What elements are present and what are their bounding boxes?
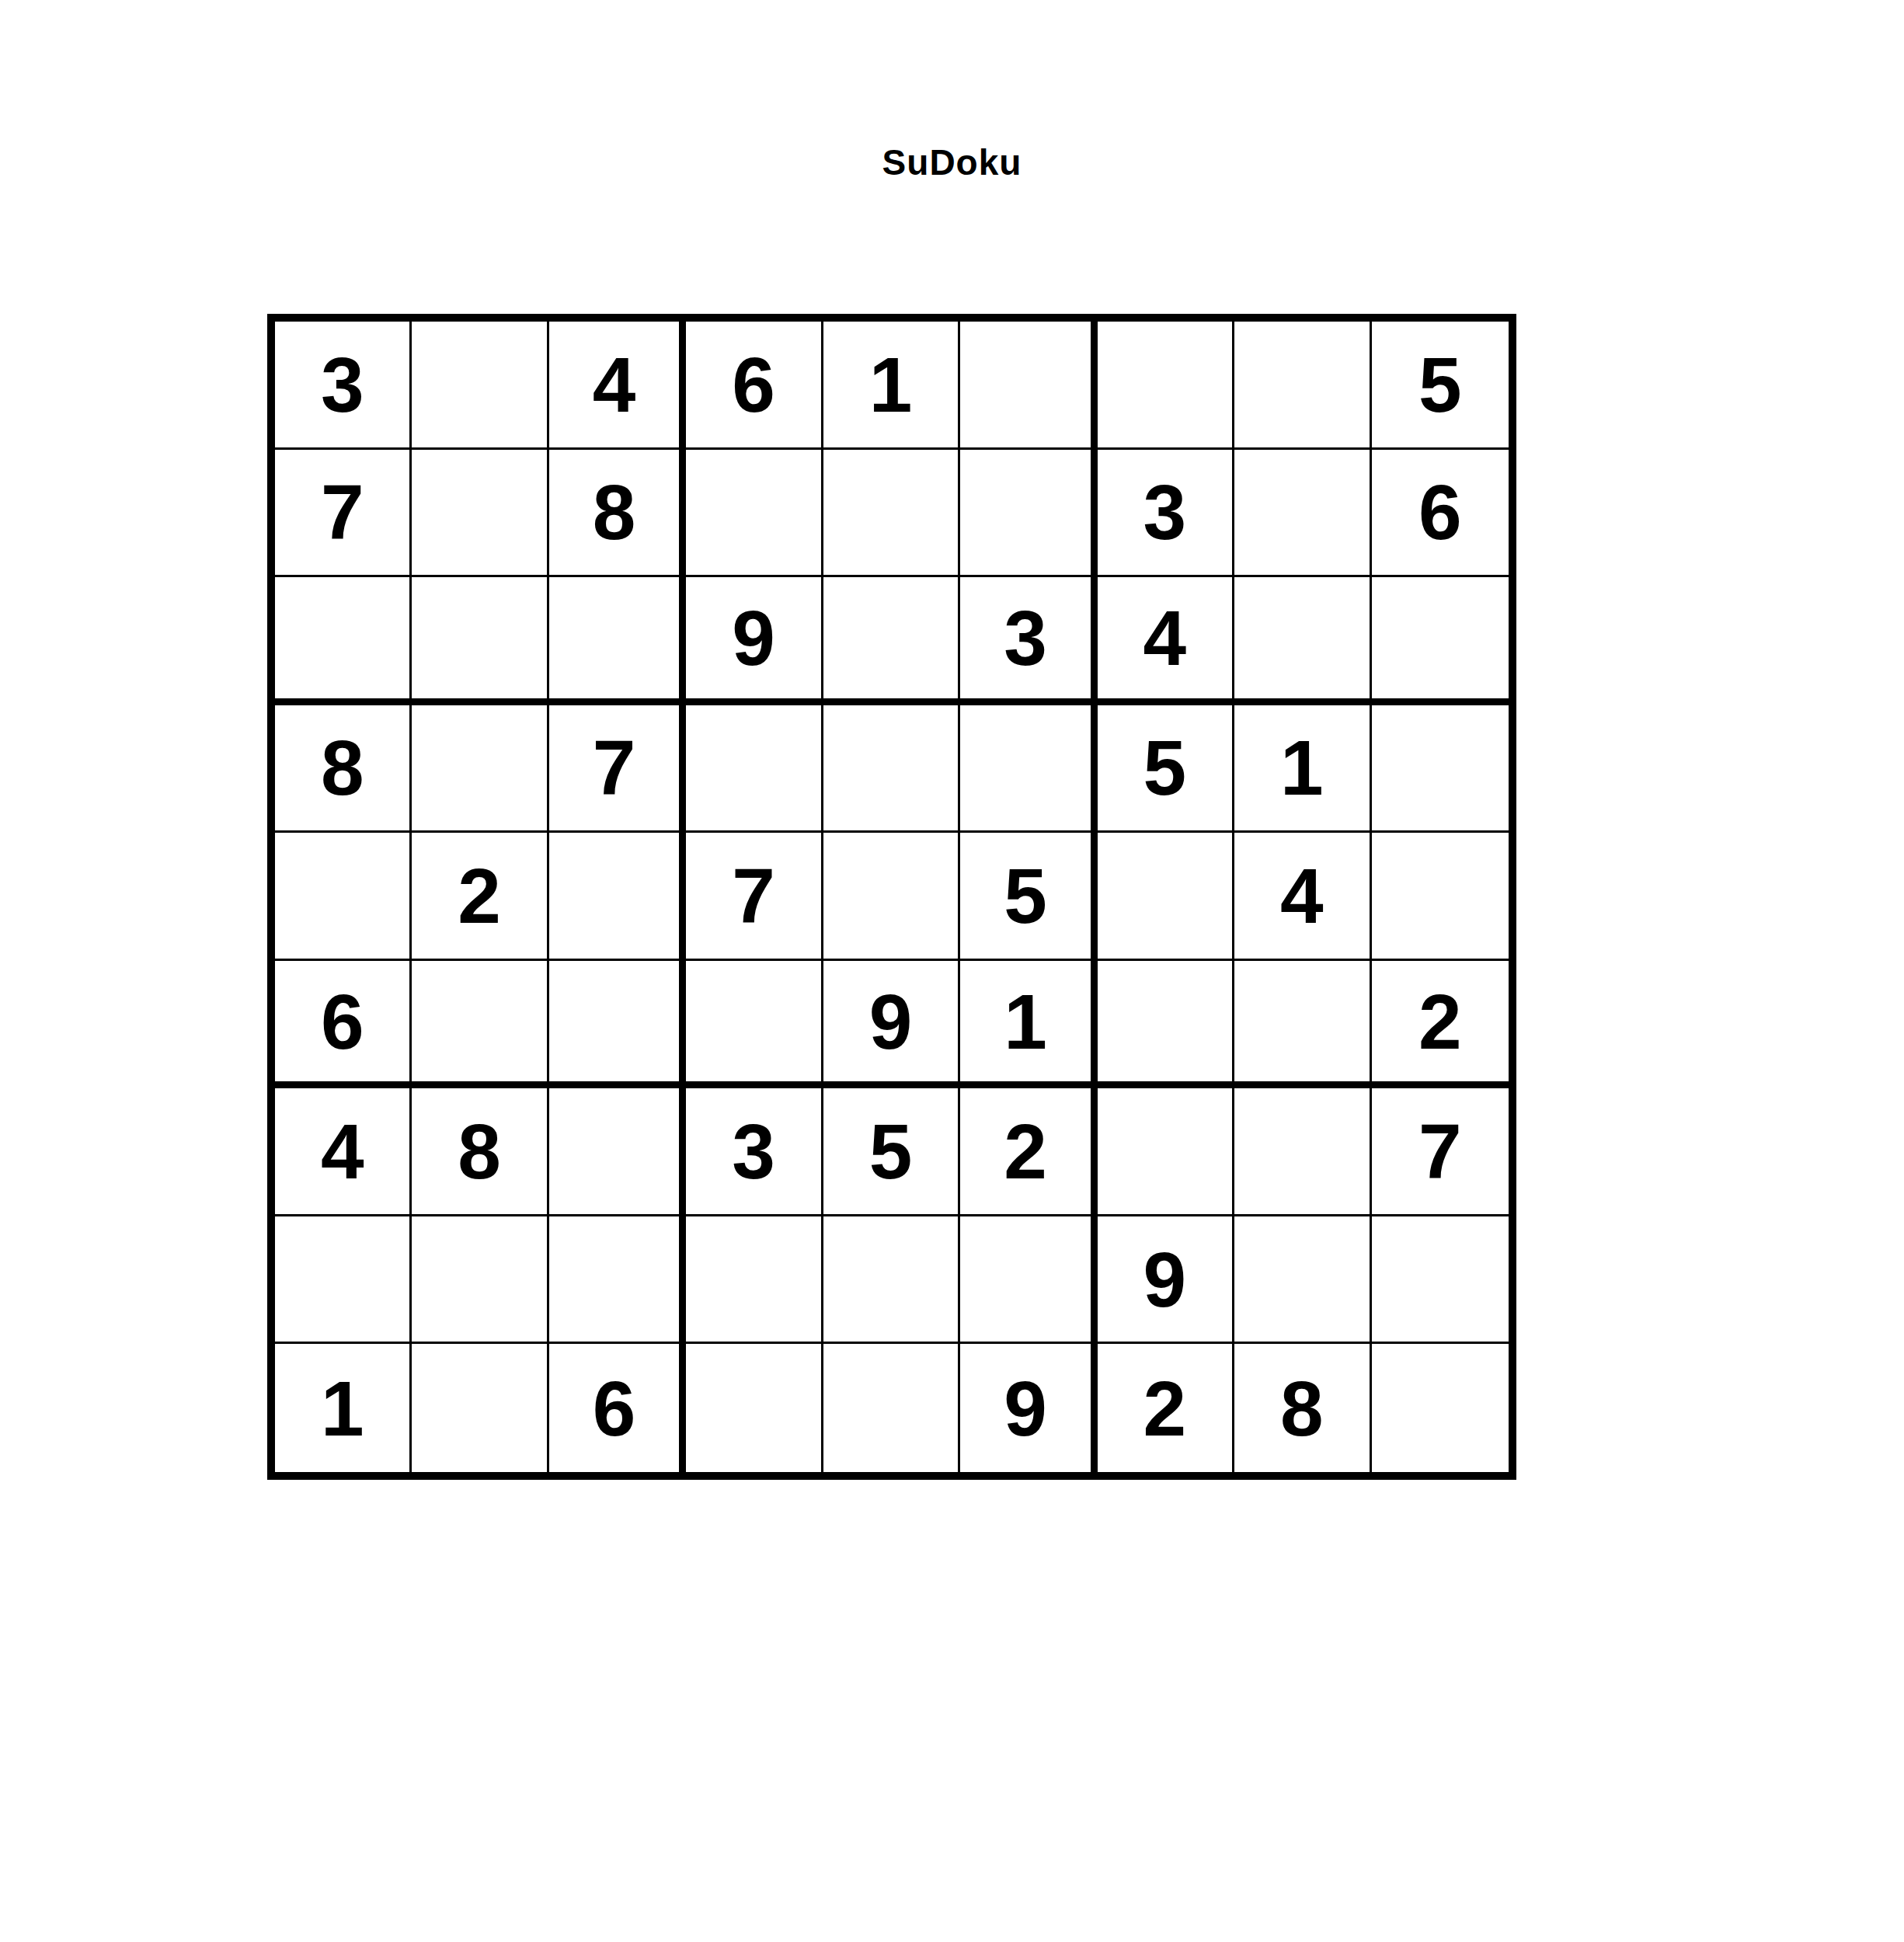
cell-r9c7-given: 2 (1098, 1344, 1234, 1472)
cell-r1c8-empty (1234, 322, 1371, 450)
cell-r9c1-given: 1 (275, 1344, 412, 1472)
cell-r4c5-empty (823, 705, 960, 834)
puzzle-page: SuDoku 346157836934875127546912483527916… (0, 0, 1904, 1942)
cell-r4c6-empty (960, 705, 1097, 834)
cell-r9c3-given: 6 (549, 1344, 686, 1472)
cell-r8c5-empty (823, 1216, 960, 1345)
cell-r1c1-given: 3 (275, 322, 412, 450)
cell-r2c7-given: 3 (1098, 450, 1234, 578)
cell-r4c3-given: 7 (549, 705, 686, 834)
cell-r1c6-empty (960, 322, 1097, 450)
cell-r6c1-given: 6 (275, 961, 412, 1089)
cell-r9c8-given: 8 (1234, 1344, 1371, 1472)
cell-r8c8-empty (1234, 1216, 1371, 1345)
cell-r1c5-given: 1 (823, 322, 960, 450)
cell-r7c7-empty (1098, 1088, 1234, 1216)
cell-r6c8-empty (1234, 961, 1371, 1089)
cell-r7c6-given: 2 (960, 1088, 1097, 1216)
cell-r3c4-given: 9 (686, 577, 823, 705)
cell-r5c5-empty (823, 833, 960, 961)
cell-r4c4-empty (686, 705, 823, 834)
cell-r5c6-given: 5 (960, 833, 1097, 961)
cell-r9c5-empty (823, 1344, 960, 1472)
cell-r7c1-given: 4 (275, 1088, 412, 1216)
cell-r8c4-empty (686, 1216, 823, 1345)
sudoku-board: 346157836934875127546912483527916928 (267, 314, 1516, 1480)
page-title: SuDoku (0, 141, 1904, 183)
cell-r6c2-empty (412, 961, 548, 1089)
cell-r7c5-given: 5 (823, 1088, 960, 1216)
cell-r4c7-given: 5 (1098, 705, 1234, 834)
cell-r5c2-given: 2 (412, 833, 548, 961)
cell-r1c3-given: 4 (549, 322, 686, 450)
cell-r1c7-empty (1098, 322, 1234, 450)
cell-r3c6-given: 3 (960, 577, 1097, 705)
cell-r8c3-empty (549, 1216, 686, 1345)
cell-r6c4-empty (686, 961, 823, 1089)
cell-r2c6-empty (960, 450, 1097, 578)
cell-r2c2-empty (412, 450, 548, 578)
cell-r3c9-empty (1372, 577, 1509, 705)
cell-r3c7-given: 4 (1098, 577, 1234, 705)
cell-r7c9-given: 7 (1372, 1088, 1509, 1216)
cell-r4c8-given: 1 (1234, 705, 1371, 834)
cell-r3c8-empty (1234, 577, 1371, 705)
cell-r4c2-empty (412, 705, 548, 834)
cell-r1c9-given: 5 (1372, 322, 1509, 450)
cell-r8c2-empty (412, 1216, 548, 1345)
cell-r2c1-given: 7 (275, 450, 412, 578)
cell-r2c8-empty (1234, 450, 1371, 578)
cell-r8c9-empty (1372, 1216, 1509, 1345)
cell-r7c3-empty (549, 1088, 686, 1216)
cell-r7c8-empty (1234, 1088, 1371, 1216)
cell-r2c5-empty (823, 450, 960, 578)
cell-r5c7-empty (1098, 833, 1234, 961)
cell-r6c7-empty (1098, 961, 1234, 1089)
cell-r6c5-given: 9 (823, 961, 960, 1089)
cell-r4c9-empty (1372, 705, 1509, 834)
cell-r6c3-empty (549, 961, 686, 1089)
cell-r7c2-given: 8 (412, 1088, 548, 1216)
cell-r8c7-given: 9 (1098, 1216, 1234, 1345)
cell-r5c3-empty (549, 833, 686, 961)
cell-r5c9-empty (1372, 833, 1509, 961)
cell-r8c1-empty (275, 1216, 412, 1345)
cell-r7c4-given: 3 (686, 1088, 823, 1216)
cell-r1c2-empty (412, 322, 548, 450)
cell-r9c2-empty (412, 1344, 548, 1472)
cell-r9c9-empty (1372, 1344, 1509, 1472)
cell-r6c6-given: 1 (960, 961, 1097, 1089)
cell-r4c1-given: 8 (275, 705, 412, 834)
cell-r5c4-given: 7 (686, 833, 823, 961)
cell-r6c9-given: 2 (1372, 961, 1509, 1089)
cell-r8c6-empty (960, 1216, 1097, 1345)
cell-r5c8-given: 4 (1234, 833, 1371, 961)
cell-r2c4-empty (686, 450, 823, 578)
cell-r3c1-empty (275, 577, 412, 705)
cell-r3c3-empty (549, 577, 686, 705)
cell-r5c1-empty (275, 833, 412, 961)
cell-r2c3-given: 8 (549, 450, 686, 578)
cell-r3c2-empty (412, 577, 548, 705)
cell-r9c6-given: 9 (960, 1344, 1097, 1472)
cell-r2c9-given: 6 (1372, 450, 1509, 578)
cell-r1c4-given: 6 (686, 322, 823, 450)
cell-r9c4-empty (686, 1344, 823, 1472)
cell-r3c5-empty (823, 577, 960, 705)
